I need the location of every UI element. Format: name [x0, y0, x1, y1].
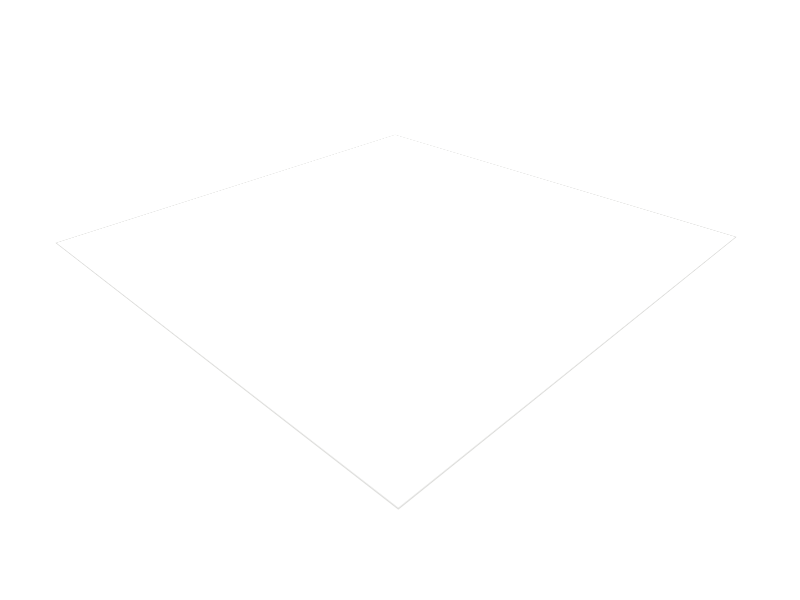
chessboard-3d [57, 135, 736, 508]
photo-background [0, 0, 800, 600]
chessboard [154, 0, 638, 482]
